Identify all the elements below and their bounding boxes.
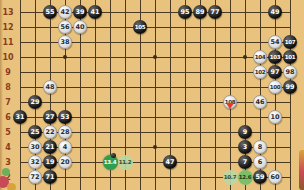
move-number: 54 (270, 38, 279, 46)
stone-white-R10: 104 (253, 50, 267, 64)
star-point (243, 55, 247, 59)
stone-white-D13: 42 (58, 5, 72, 19)
row-label-11: 11 (0, 38, 16, 47)
move-number: 41 (90, 8, 99, 16)
move-number: 102 (255, 69, 266, 75)
move-number: 30 (30, 143, 39, 151)
stone-black-C2: 71 (43, 170, 57, 184)
last-move-marker (226, 103, 234, 109)
stone-black-R2: 59 (253, 170, 267, 184)
stone-black-S10: 103 (268, 50, 282, 64)
stone-black-T10: 101 (283, 50, 297, 64)
star-point (153, 145, 157, 149)
move-number: 59 (255, 173, 264, 181)
stone-black-T11: 107 (283, 35, 297, 49)
star-point (153, 55, 157, 59)
stone-black-Q4: 3 (238, 140, 252, 154)
stone-white-S8: 100 (268, 80, 282, 94)
row-label-9: 9 (0, 68, 16, 77)
move-number: 46 (255, 98, 264, 106)
stone-white-D4: 4 (58, 140, 72, 154)
ai-hint-H3[interactable]: 11.2 (118, 155, 133, 170)
row-label-10: 10 (0, 53, 16, 62)
stone-black-O13: 77 (208, 5, 222, 19)
move-number: 21 (45, 143, 54, 151)
row-label-12: 12 (0, 23, 16, 32)
move-number: 6 (258, 158, 263, 166)
stone-white-R3: 6 (253, 155, 267, 169)
row-label-4: 4 (0, 143, 16, 152)
row-label-8: 8 (0, 83, 16, 92)
ai-hint-P2[interactable]: 10.7 (223, 170, 238, 185)
move-number: 10 (270, 113, 279, 121)
stone-white-R9: 102 (253, 65, 267, 79)
stone-black-C13: 55 (43, 5, 57, 19)
stone-black-B7: 29 (28, 95, 42, 109)
move-number: 32 (30, 158, 39, 166)
stone-black-S13: 49 (268, 5, 282, 19)
move-number: 104 (255, 54, 266, 60)
ai-hint-Q2[interactable]: 12.6 (238, 170, 253, 185)
move-number: 60 (270, 173, 279, 181)
move-number: 38 (60, 38, 69, 46)
move-number: 100 (270, 84, 281, 90)
stone-white-S6: 10 (268, 110, 282, 124)
stone-white-S11: 54 (268, 35, 282, 49)
star-point (63, 55, 67, 59)
stone-black-C3: 19 (43, 155, 57, 169)
stone-black-B5: 25 (28, 125, 42, 139)
move-number: 20 (60, 158, 69, 166)
stone-white-D12: 56 (58, 20, 72, 34)
move-number: 31 (15, 113, 24, 121)
stone-white-C5: 22 (43, 125, 57, 139)
ornament-right-edge (299, 150, 304, 190)
move-number: 95 (180, 8, 189, 16)
move-number: 77 (210, 8, 219, 16)
move-number: 47 (165, 158, 174, 166)
stone-black-M13: 95 (178, 5, 192, 19)
stone-white-B3: 32 (28, 155, 42, 169)
move-number: 19 (45, 158, 54, 166)
move-number: 71 (45, 173, 54, 181)
ornament-bottom-left-gold (7, 183, 16, 190)
grid-hline (20, 87, 291, 88)
move-number: 9 (243, 128, 248, 136)
stone-black-C4: 21 (43, 140, 57, 154)
grid-hline (20, 72, 291, 73)
move-number: 72 (30, 173, 39, 181)
row-label-7: 7 (0, 98, 16, 107)
row-label-3: 3 (0, 158, 16, 167)
move-number: 40 (75, 23, 84, 31)
move-number: 3 (243, 143, 248, 151)
move-number: 105 (135, 24, 146, 30)
stone-black-Q3: 7 (238, 155, 252, 169)
move-number: 22 (45, 128, 54, 136)
move-number: 29 (30, 98, 39, 106)
move-number: 27 (45, 113, 54, 121)
row-label-5: 5 (0, 128, 16, 137)
stone-black-S9: 97 (268, 65, 282, 79)
move-number: 8 (258, 143, 263, 151)
stone-black-J12: 105 (133, 20, 147, 34)
stone-black-C6: 27 (43, 110, 57, 124)
stone-white-S2: 60 (268, 170, 282, 184)
move-number: 89 (195, 8, 204, 16)
stone-white-T9: 98 (283, 65, 297, 79)
stone-black-A6: 31 (13, 110, 27, 124)
grid-hline (20, 102, 291, 103)
move-number: 55 (45, 8, 54, 16)
row-label-13: 13 (0, 8, 16, 17)
stone-black-Q5: 9 (238, 125, 252, 139)
hint-stone-marker (111, 153, 116, 158)
move-number: 4 (63, 143, 68, 151)
stone-white-E12: 40 (73, 20, 87, 34)
stone-black-E13: 39 (73, 5, 87, 19)
stone-black-N13: 89 (193, 5, 207, 19)
move-number: 53 (60, 113, 69, 121)
move-number: 101 (285, 54, 296, 60)
move-number: 48 (45, 83, 54, 91)
move-number: 42 (60, 8, 69, 16)
move-number: 103 (270, 54, 281, 60)
move-number: 49 (270, 8, 279, 16)
stone-white-B2: 72 (28, 170, 42, 184)
stone-white-D11: 38 (58, 35, 72, 49)
move-number: 97 (270, 68, 279, 76)
ornament-bottom-left-green (2, 168, 10, 176)
stone-white-D5: 28 (58, 125, 72, 139)
stone-black-T8: 99 (283, 80, 297, 94)
stone-white-R7: 46 (253, 95, 267, 109)
move-number: 98 (285, 68, 294, 76)
stone-white-B4: 30 (28, 140, 42, 154)
move-number: 39 (75, 8, 84, 16)
stone-white-C8: 48 (43, 80, 57, 94)
move-number: 25 (30, 128, 39, 136)
move-number: 99 (285, 83, 294, 91)
stone-black-D6: 53 (58, 110, 72, 124)
move-number: 107 (285, 39, 296, 45)
stone-white-R4: 8 (253, 140, 267, 154)
move-number: 7 (243, 158, 248, 166)
stone-white-D3: 20 (58, 155, 72, 169)
move-number: 28 (60, 128, 69, 136)
stone-black-F13: 41 (88, 5, 102, 19)
move-number: 56 (60, 23, 69, 31)
stone-black-L3: 47 (163, 155, 177, 169)
go-board[interactable]: 1312111098765432 13.411.210.712.6 346789… (0, 0, 304, 190)
